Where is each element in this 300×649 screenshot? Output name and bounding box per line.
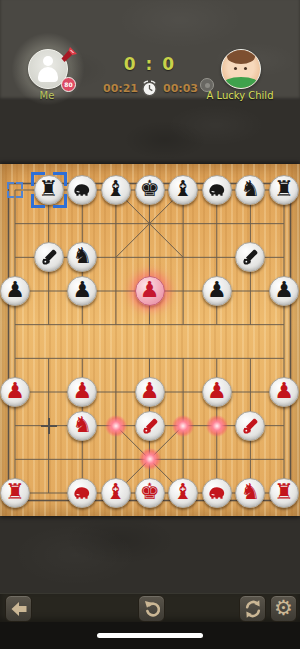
piece-red-advisor[interactable]: ♝ bbox=[101, 478, 131, 508]
board[interactable]: ♜♝♚♝♞♜♞♟♟♟♟♟♟♟♟♟♟♞♜♝♚♝♞♜ bbox=[0, 164, 300, 516]
dart-icon bbox=[60, 46, 78, 64]
piece-red-advisor[interactable]: ♝ bbox=[168, 478, 198, 508]
piece-black-advisor[interactable]: ♝ bbox=[168, 175, 198, 205]
piece-black-elephant[interactable] bbox=[67, 175, 97, 205]
piece-black-pawn[interactable]: ♟ bbox=[269, 276, 299, 306]
back-button[interactable] bbox=[5, 595, 32, 622]
clock-icon bbox=[140, 78, 159, 98]
gear-icon: ⚙ bbox=[274, 597, 293, 618]
timer-left: 00:21 bbox=[92, 82, 138, 95]
person-icon bbox=[43, 56, 53, 66]
piece-red-pawn[interactable]: ♟ bbox=[135, 377, 165, 407]
last-move-origin-marker bbox=[7, 182, 23, 198]
piece-red-horse[interactable]: ♞ bbox=[235, 478, 265, 508]
piece-black-king[interactable]: ♚ bbox=[135, 175, 165, 205]
piece-red-rook[interactable]: ♜ bbox=[269, 478, 299, 508]
piece-red-pawn[interactable]: ♟ bbox=[0, 377, 30, 407]
piece-red-rook[interactable]: ♜ bbox=[0, 478, 30, 508]
move-dot[interactable] bbox=[172, 415, 194, 437]
match-header: 80 Me 0 : 0 00:21 00:03 A Lucky Child bbox=[0, 0, 300, 100]
piece-red-elephant[interactable] bbox=[202, 478, 232, 508]
me-name-label: Me bbox=[17, 90, 77, 101]
piece-black-pawn[interactable]: ♟ bbox=[135, 276, 165, 306]
app-screen: 80 Me 0 : 0 00:21 00:03 A Lucky Child bbox=[0, 0, 300, 649]
player-opponent-avatar[interactable] bbox=[221, 49, 261, 89]
piece-black-pawn[interactable]: ♟ bbox=[202, 276, 232, 306]
piece-black-pawn[interactable]: ♟ bbox=[0, 276, 30, 306]
refresh-icon bbox=[243, 599, 263, 619]
undo-icon bbox=[142, 599, 162, 619]
opponent-avatar-eye bbox=[244, 67, 247, 70]
piece-black-horse[interactable]: ♞ bbox=[235, 175, 265, 205]
move-dot[interactable] bbox=[206, 415, 228, 437]
piece-black-rook[interactable]: ♜ bbox=[269, 175, 299, 205]
undo-button[interactable] bbox=[138, 595, 165, 622]
home-indicator[interactable] bbox=[97, 633, 203, 638]
piece-red-elephant[interactable] bbox=[67, 478, 97, 508]
piece-red-pawn[interactable]: ♟ bbox=[67, 377, 97, 407]
piece-black-advisor[interactable]: ♝ bbox=[101, 175, 131, 205]
piece-red-cannon[interactable] bbox=[235, 411, 265, 441]
crosshair-marker bbox=[41, 418, 57, 434]
opponent-avatar-shirt bbox=[222, 77, 260, 89]
piece-black-elephant[interactable] bbox=[202, 175, 232, 205]
piece-black-cannon[interactable] bbox=[235, 242, 265, 272]
piece-black-pawn[interactable]: ♟ bbox=[67, 276, 97, 306]
opponent-avatar-hair bbox=[227, 49, 255, 64]
person-icon-body bbox=[38, 67, 58, 82]
settings-button[interactable]: ⚙ bbox=[270, 595, 297, 622]
piece-black-horse[interactable]: ♞ bbox=[67, 242, 97, 272]
piece-red-pawn[interactable]: ♟ bbox=[202, 377, 232, 407]
opponent-name-label: A Lucky Child bbox=[190, 90, 290, 101]
board-pieces: ♜♝♚♝♞♜♞♟♟♟♟♟♟♟♟♟♟♞♜♝♚♝♞♜ bbox=[0, 164, 300, 516]
flip-board-button[interactable] bbox=[239, 595, 266, 622]
piece-black-cannon[interactable] bbox=[34, 242, 64, 272]
piece-black-rook[interactable]: ♜ bbox=[34, 175, 64, 205]
bottom-toolbar: ⚙ bbox=[0, 593, 300, 623]
piece-red-king[interactable]: ♚ bbox=[135, 478, 165, 508]
score-display: 0 : 0 bbox=[100, 54, 200, 74]
opponent-avatar-eye bbox=[234, 67, 237, 70]
arrow-left-icon bbox=[9, 599, 29, 619]
move-dot[interactable] bbox=[105, 415, 127, 437]
piece-red-cannon[interactable] bbox=[135, 411, 165, 441]
piece-red-pawn[interactable]: ♟ bbox=[269, 377, 299, 407]
piece-red-horse[interactable]: ♞ bbox=[67, 411, 97, 441]
move-dot[interactable] bbox=[139, 448, 161, 470]
